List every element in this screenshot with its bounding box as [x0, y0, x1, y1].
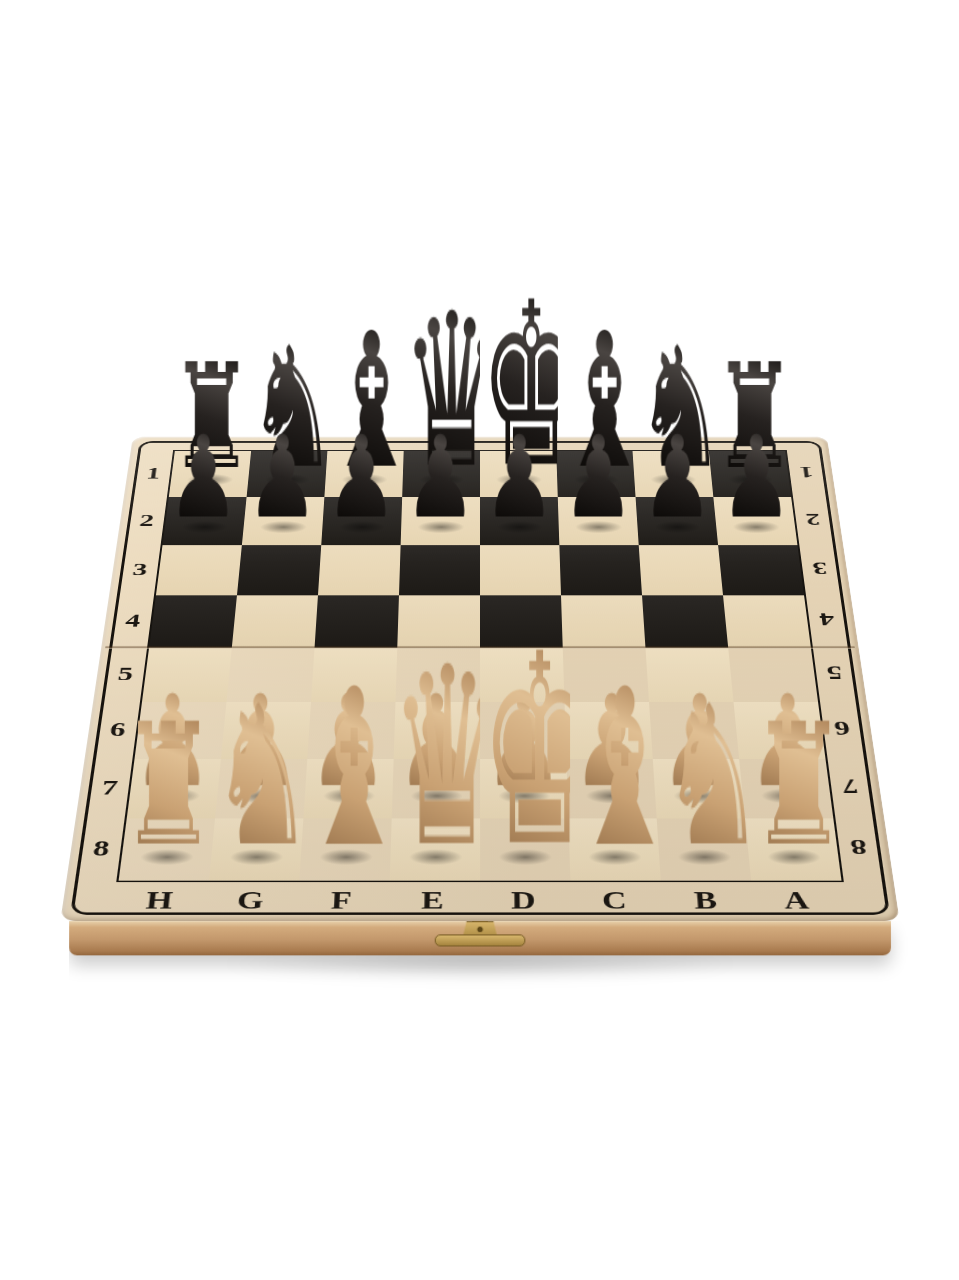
square-f3 — [318, 545, 401, 595]
square-b2 — [636, 497, 719, 545]
white-bishop-glyph: ♝ — [300, 660, 390, 877]
chess-board: 1122334455667788HGFEDCBA ♜♞♝♛♚♝♞♜♟♟♟♟♟♟♟… — [60, 437, 900, 921]
piece-white-queen-e8: ♛ — [390, 818, 480, 880]
file-label-b: B — [659, 882, 753, 919]
box-front-edge — [69, 921, 891, 955]
square-b1 — [633, 451, 714, 497]
square-h4 — [149, 595, 237, 647]
square-g3 — [237, 545, 321, 595]
square-g1 — [247, 451, 328, 497]
square-b4 — [642, 595, 728, 647]
piece-white-bishop-f8: ♝ — [299, 818, 391, 880]
square-a4 — [723, 595, 811, 647]
file-label-e: E — [386, 882, 478, 919]
white-rook-glyph: ♜ — [120, 703, 210, 871]
white-knight-glyph: ♞ — [210, 680, 300, 874]
file-label-g: G — [203, 882, 297, 919]
square-d3 — [480, 545, 561, 595]
square-e3 — [399, 545, 480, 595]
square-d2 — [480, 497, 559, 545]
square-c2 — [558, 497, 639, 545]
white-queen-glyph: ♛ — [390, 634, 480, 881]
square-h1 — [169, 451, 251, 497]
square-c1 — [556, 451, 635, 497]
square-h3 — [156, 545, 242, 595]
square-e1 — [402, 451, 480, 497]
square-f4 — [315, 595, 399, 647]
file-label-h: H — [111, 882, 206, 919]
square-g4 — [232, 595, 318, 647]
clasp-hole — [477, 927, 483, 933]
clasp-plate — [435, 934, 526, 946]
square-a3 — [718, 545, 804, 595]
square-f2 — [321, 497, 402, 545]
file-label-a: A — [749, 882, 844, 919]
white-king-glyph: ♚ — [480, 619, 570, 882]
square-h2 — [162, 497, 246, 545]
file-label-f: F — [295, 882, 388, 919]
square-b3 — [639, 545, 723, 595]
file-label-d: D — [478, 882, 570, 919]
piece-white-king-d8: ♚ — [480, 818, 570, 880]
square-a2 — [713, 497, 797, 545]
square-e2 — [401, 497, 480, 545]
rank-label-left-8: 8 — [81, 817, 122, 879]
scene: 1122334455667788HGFEDCBA ♜♞♝♛♚♝♞♜♟♟♟♟♟♟♟… — [0, 0, 959, 1280]
square-a1 — [709, 451, 791, 497]
chess-set-product-photo: 1122334455667788HGFEDCBA ♜♞♝♛♚♝♞♜♟♟♟♟♟♟♟… — [0, 0, 959, 1280]
square-c3 — [559, 545, 642, 595]
piece-white-knight-g8: ♞ — [209, 818, 303, 880]
square-f1 — [324, 451, 403, 497]
file-label-c: C — [568, 882, 661, 919]
piece-white-rook-h8: ♜ — [119, 818, 215, 880]
square-g2 — [242, 497, 325, 545]
square-d1 — [480, 451, 558, 497]
brass-clasp — [436, 917, 524, 948]
